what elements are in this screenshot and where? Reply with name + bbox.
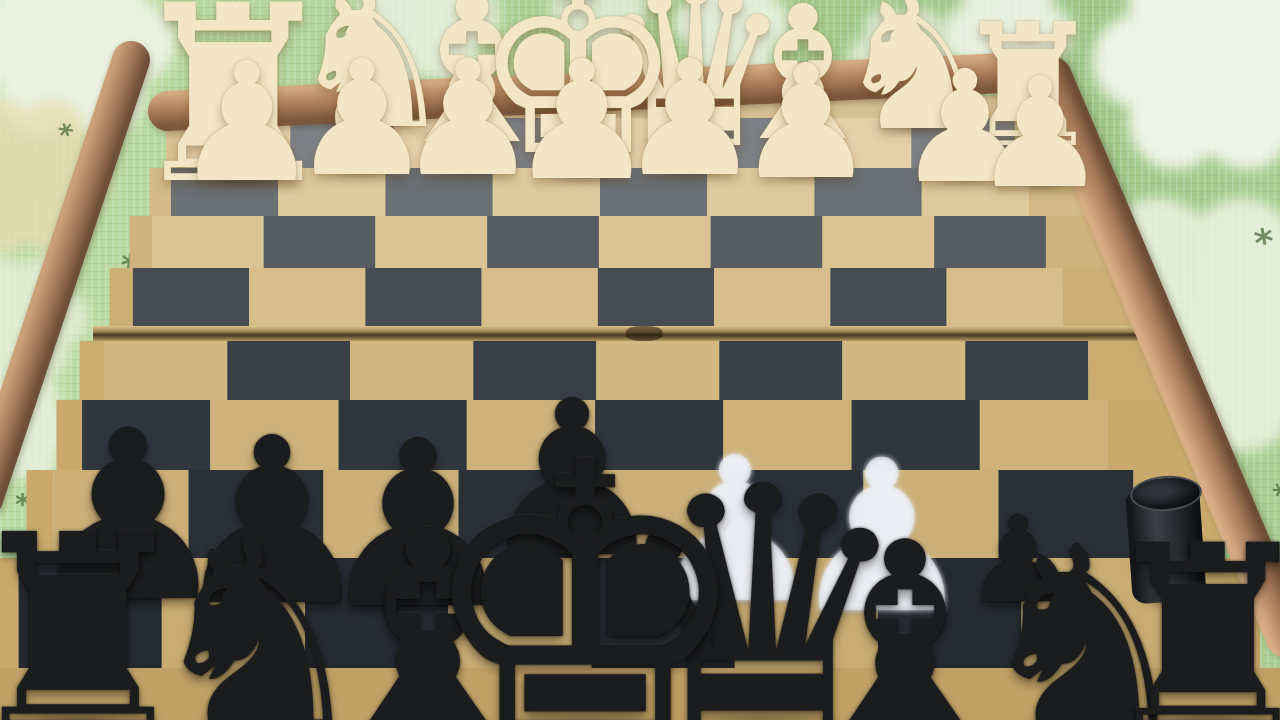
square-f8 [305,558,448,668]
square-e6 [467,400,595,470]
board-hinge [93,326,1157,341]
square-c3 [711,216,823,268]
board-rank-row-4 [110,268,1141,326]
square-c5 [719,341,842,400]
square-a1 [911,118,1015,168]
square-f3 [375,216,487,268]
square-c1 [704,118,808,168]
square-a4 [947,268,1063,326]
square-e4 [482,268,598,326]
board-rank-row-5 [80,341,1171,400]
square-b7 [864,470,999,558]
square-c4 [714,268,830,326]
square-a3 [934,216,1046,268]
square-f5 [350,341,473,400]
board-rank-row-3 [130,216,1121,268]
board-rank-row-6 [56,400,1193,470]
board-rank-row-2 [150,168,1101,216]
photo-scene: **************** ♜♞♝♚♛♝♞♜♟♟♟♟♟♟♟♟♟♟♟♟♟♟♟… [0,0,1280,720]
square-c2 [707,168,814,216]
square-b8 [878,558,1021,668]
square-d4 [598,268,714,326]
board-rank-row-8 [0,558,1260,668]
square-b2 [814,168,921,216]
square-e5 [473,341,596,400]
square-a6 [980,400,1108,470]
board-margin [150,168,171,216]
square-g7 [189,470,324,558]
square-d1 [601,118,705,168]
square-g5 [227,341,350,400]
square-g6 [210,400,338,470]
flower-decoration [1164,14,1258,108]
square-f1 [394,118,498,168]
square-h8 [19,558,162,668]
square-d5 [596,341,719,400]
board-margin [0,558,19,668]
square-a5 [965,341,1088,400]
square-b5 [842,341,965,400]
square-f4 [365,268,481,326]
square-g3 [264,216,376,268]
square-a8 [1021,558,1164,668]
board-margin [56,400,82,470]
square-c7 [729,470,864,558]
square-c8 [735,558,878,668]
board-rank-row-7 [27,470,1224,558]
square-a7 [999,470,1134,558]
square-b6 [852,400,980,470]
square-h7 [54,470,189,558]
square-d8 [592,558,735,668]
board-margin [130,216,152,268]
square-h4 [133,268,249,326]
square-e8 [448,558,591,668]
flower-decoration [982,7,1034,59]
square-g8 [162,558,305,668]
flower-decoration [579,0,618,28]
square-d7 [594,470,729,558]
board-margin [27,470,54,558]
square-f6 [339,400,467,470]
board-rank-row-1 [166,118,1084,168]
flower-decoration [30,0,113,83]
square-d6 [595,400,723,470]
flower-decoration [710,0,757,46]
board-margin [110,268,133,326]
square-h5 [104,341,227,400]
square-b1 [808,118,912,168]
square-g1 [290,118,394,168]
flower-decoration [399,0,457,44]
square-f2 [385,168,492,216]
square-c6 [723,400,851,470]
square-h6 [82,400,210,470]
square-f7 [324,470,459,558]
board-margin [80,341,105,400]
board-wood-margin-row [0,668,1280,720]
square-h2 [171,168,278,216]
square-g2 [278,168,385,216]
square-e1 [497,118,601,168]
square-d3 [599,216,711,268]
square-h3 [152,216,264,268]
square-e3 [487,216,599,268]
square-b4 [830,268,946,326]
square-g4 [249,268,365,326]
square-e7 [459,470,594,558]
leaf-sprig-decoration: * [658,39,678,70]
hinge-gap [626,326,663,341]
square-d2 [600,168,707,216]
square-b3 [822,216,934,268]
square-a2 [922,168,1029,216]
square-e2 [493,168,600,216]
